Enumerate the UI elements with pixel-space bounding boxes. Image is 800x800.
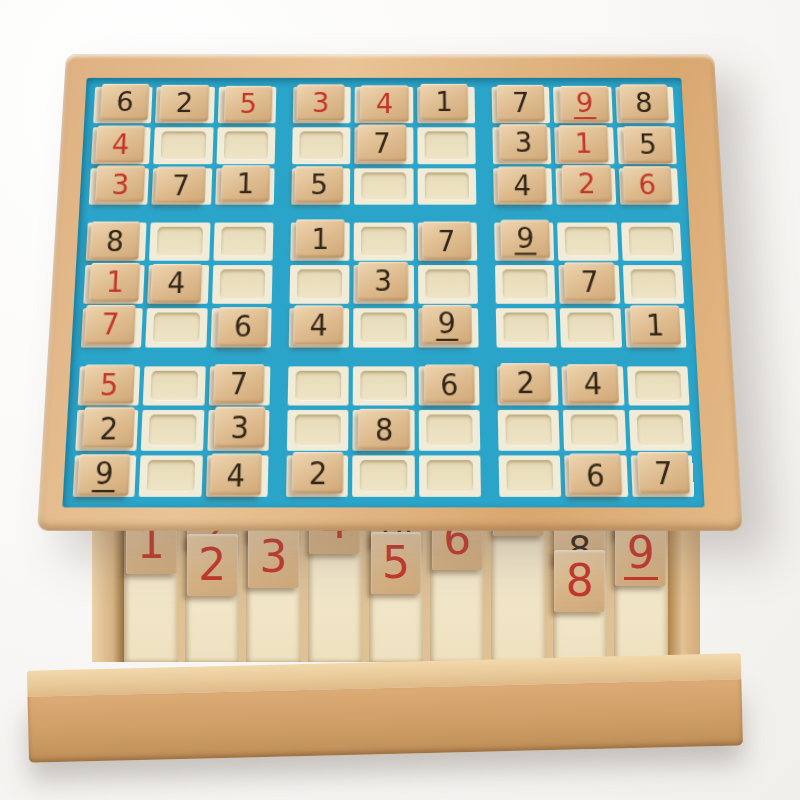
tile-3-r5c5[interactable]: 3 [358, 262, 408, 300]
tile-digit: 6 [116, 88, 135, 115]
cell-r7c4[interactable] [288, 366, 349, 406]
tile-6-r3c9[interactable]: 6 [622, 166, 672, 203]
tile-digit: 6 [234, 312, 253, 342]
tile-2-r7c7[interactable]: 2 [500, 363, 551, 403]
cell-recess [506, 460, 554, 492]
cell-r2c8[interactable]: 1 [555, 127, 615, 164]
tile-8-r4c1[interactable]: 8 [90, 222, 141, 260]
tile-digit: 2 [175, 89, 193, 116]
cell-recess [502, 269, 548, 299]
tile-digit: 2 [516, 368, 535, 398]
cell-r8c8[interactable] [563, 410, 626, 451]
tile-7-r7c3[interactable]: 7 [213, 364, 264, 404]
cell-r7c7[interactable]: 2 [497, 366, 559, 406]
drawer-handle[interactable] [27, 653, 743, 770]
cell-r9c2[interactable] [139, 456, 202, 497]
tile-6-r6c3[interactable]: 6 [218, 307, 269, 346]
tile-6-r7c6[interactable]: 6 [424, 364, 475, 404]
cell-r9c9[interactable]: 7 [630, 456, 694, 497]
tile-digit: 8 [635, 89, 654, 116]
cell-r8c9[interactable] [629, 410, 692, 451]
tile-digit: 7 [373, 129, 391, 157]
tile-4-r3c7[interactable]: 4 [498, 166, 547, 203]
tile-digit: 4 [111, 130, 130, 158]
cell-recess [361, 227, 406, 256]
drawer-tile-9[interactable]: 9 [615, 524, 666, 586]
tile-7-r1c7[interactable]: 7 [497, 85, 546, 121]
cell-recess [161, 131, 206, 159]
tile-4-r5c2[interactable]: 4 [151, 264, 202, 303]
tile-4-r7c8[interactable]: 4 [567, 364, 619, 404]
cell-recess [360, 460, 407, 492]
cell-r7c9[interactable] [627, 366, 690, 406]
cell-r2c2[interactable] [154, 127, 214, 164]
cell-recess [149, 415, 197, 447]
cell-r3c7[interactable]: 4 [493, 168, 553, 205]
tile-digit: 7 [580, 267, 599, 296]
cell-r5c8[interactable]: 7 [559, 265, 620, 304]
tile-4-r2c1[interactable]: 4 [96, 126, 146, 163]
cell-r8c1[interactable]: 2 [75, 410, 138, 451]
cell-r7c3[interactable]: 7 [208, 366, 270, 406]
tile-1-r4c4[interactable]: 1 [296, 220, 345, 258]
tile-digit: 3 [312, 89, 330, 116]
cell-recess [153, 312, 200, 342]
cell-r6c8[interactable] [560, 308, 622, 347]
tile-digit: 9 [92, 458, 117, 493]
cell-r1c8[interactable]: 9 [553, 87, 612, 123]
cell-recess [636, 415, 684, 447]
tile-1-r3c3[interactable]: 1 [221, 165, 270, 202]
tile-8-r8c5[interactable]: 8 [359, 409, 410, 450]
tile-2-r1c2[interactable]: 2 [160, 85, 209, 121]
drawer-tile-8[interactable]: 8 [554, 550, 605, 612]
tile-5-r7c1[interactable]: 5 [83, 364, 135, 404]
cell-r3c4[interactable]: 5 [291, 168, 350, 205]
cell-recess [295, 370, 341, 401]
cell-r5c1[interactable]: 1 [83, 265, 145, 304]
tile-digit: 3 [374, 267, 392, 296]
cell-r5c4[interactable] [289, 265, 349, 304]
cell-r9c7[interactable] [499, 456, 562, 497]
cell-r6c5[interactable] [353, 308, 413, 347]
tile-digit: 4 [513, 171, 531, 199]
tile-digit: 4 [376, 90, 393, 117]
tile-5-r1c3[interactable]: 5 [224, 86, 273, 122]
tile-5-r2c9[interactable]: 5 [623, 126, 673, 163]
tile-1-r6c9[interactable]: 1 [629, 305, 681, 344]
cell-r8c5[interactable]: 8 [353, 410, 415, 451]
tile-1-r1c6[interactable]: 1 [420, 84, 468, 120]
drawer-tile-5[interactable]: 5 [371, 532, 422, 594]
tile-digit: 7 [438, 226, 456, 255]
tile-4-r9c3[interactable]: 4 [210, 454, 262, 495]
cell-r7c1[interactable]: 5 [78, 366, 141, 406]
tile-2-r8c1[interactable]: 2 [83, 408, 136, 449]
cell-recess [157, 227, 203, 256]
cell-r4c6[interactable]: 7 [417, 223, 477, 261]
tile-digit: 7 [101, 310, 121, 340]
cell-r9c6[interactable] [419, 456, 481, 497]
cell-recess [426, 415, 473, 447]
cell-r4c8[interactable] [557, 223, 618, 261]
cell-r3c6[interactable] [417, 168, 476, 205]
tile-digit: 9 [573, 89, 595, 119]
tile-6-r9c8[interactable]: 6 [569, 454, 622, 495]
cell-r2c1[interactable]: 4 [91, 127, 151, 164]
cell-r3c3[interactable]: 1 [215, 168, 275, 205]
cell-recess [361, 370, 407, 401]
cell-recess [219, 269, 265, 299]
cell-r5c5[interactable]: 3 [354, 265, 414, 304]
tile-digit: 2 [309, 457, 328, 488]
cell-r6c4[interactable]: 4 [289, 308, 350, 347]
tile-digit: 7 [229, 369, 248, 399]
cell-r1c5[interactable]: 4 [355, 87, 413, 123]
tile-digit: 7 [171, 171, 190, 199]
cell-recess [505, 415, 552, 447]
tile-digit: 1 [574, 129, 592, 157]
cell-r8c4[interactable] [287, 410, 349, 451]
cell-r1c1[interactable]: 6 [93, 87, 153, 123]
tile-digit: 4 [226, 459, 245, 490]
tile-digit: 9 [436, 308, 459, 341]
cell-r3c2[interactable]: 7 [152, 168, 212, 205]
cell-r9c3[interactable]: 4 [206, 456, 269, 497]
cell-r6c2[interactable] [146, 308, 208, 347]
cell-r3c1[interactable]: 3 [89, 168, 150, 205]
tile-digit: 3 [230, 412, 249, 443]
tile-2-r9c4[interactable]: 2 [292, 452, 344, 493]
tile-digit: 1 [435, 88, 453, 115]
tile-digit: 8 [375, 414, 393, 445]
tile-digit: 6 [638, 170, 657, 198]
cell-r2c3[interactable] [216, 127, 275, 164]
cell-r8c6[interactable] [418, 410, 480, 451]
cell-r7c6[interactable]: 6 [418, 366, 479, 406]
drawer-front-digit: 2 [198, 543, 226, 587]
cell-r6c6[interactable]: 9 [418, 308, 479, 347]
tile-3-r1c4[interactable]: 3 [297, 84, 345, 120]
tile-digit: 2 [578, 169, 597, 197]
cell-r4c3[interactable] [213, 223, 273, 261]
tile-digit: 8 [106, 226, 125, 255]
cell-r4c2[interactable] [149, 223, 210, 261]
cell-recess [634, 370, 681, 401]
tile-5-r3c4[interactable]: 5 [295, 166, 344, 203]
cell-r5c7[interactable] [495, 265, 556, 304]
tile-3-r8c3[interactable]: 3 [214, 407, 266, 448]
tile-9-r4c7[interactable]: 9 [501, 220, 551, 258]
cell-r3c9[interactable]: 6 [618, 168, 679, 205]
tile-1-r5c1[interactable]: 1 [89, 263, 140, 302]
cell-r4c4[interactable]: 1 [290, 223, 350, 261]
cell-r6c1[interactable]: 7 [81, 308, 143, 347]
tile-7-r2c5[interactable]: 7 [358, 125, 406, 162]
tile-digit: 2 [99, 413, 119, 444]
tile-digit: 7 [653, 457, 673, 488]
cell-r1c4[interactable]: 3 [293, 87, 351, 123]
cell-r7c2[interactable] [143, 366, 205, 406]
cell-r3c5[interactable] [354, 168, 413, 205]
cell-r4c9[interactable] [621, 223, 682, 261]
tile-digit: 6 [440, 369, 459, 399]
tile-9-r1c8[interactable]: 9 [560, 86, 609, 122]
cell-r2c7[interactable]: 3 [492, 127, 551, 164]
cell-recess [630, 269, 677, 299]
cell-r9c1[interactable]: 9 [73, 456, 137, 497]
tile-digit: 4 [167, 269, 186, 298]
drawer-tile-2[interactable]: 2 [187, 534, 238, 596]
cell-r6c9[interactable]: 1 [624, 308, 686, 347]
cell-recess [299, 131, 343, 159]
cell-r8c3[interactable]: 3 [207, 410, 269, 451]
tile-digit: 1 [645, 310, 664, 340]
cell-recess [220, 227, 266, 256]
cell-r6c7[interactable] [496, 308, 557, 347]
sudoku-grid: 6253417984731537154268179143776491576242… [73, 87, 695, 497]
tile-9-r6c6[interactable]: 9 [422, 305, 472, 344]
cell-recess [628, 227, 674, 256]
cell-r4c7[interactable]: 9 [494, 223, 554, 261]
tile-3-r2c7[interactable]: 3 [499, 124, 548, 161]
cell-r1c3[interactable]: 5 [217, 87, 276, 123]
tile-digit: 6 [586, 459, 606, 490]
cell-recess [565, 227, 611, 256]
drawer-front-digit: 5 [382, 541, 410, 585]
cell-r2c9[interactable]: 5 [617, 127, 677, 164]
cell-recess [503, 312, 549, 342]
cell-r9c5[interactable] [352, 456, 414, 497]
tile-8-r1c9[interactable]: 8 [619, 84, 668, 120]
tile-digit: 3 [515, 128, 533, 156]
tile-digit: 5 [99, 369, 119, 399]
cell-r1c6[interactable]: 1 [417, 87, 475, 123]
cell-recess [568, 312, 615, 342]
tile-digit: 5 [239, 90, 257, 117]
cell-recess [361, 312, 407, 342]
tile-7-r9c9[interactable]: 7 [637, 452, 690, 493]
tile-digit: 1 [236, 169, 254, 197]
cell-recess [424, 172, 469, 201]
sudoku-board: 6253417984731537154268179143776491576242… [37, 54, 743, 531]
tile-7-r5c8[interactable]: 7 [564, 262, 615, 301]
scene: 12233445566778899 6253417984731537154268… [0, 0, 800, 800]
cell-r6c3[interactable]: 6 [210, 308, 271, 347]
cell-recess [571, 415, 619, 447]
cell-r9c8[interactable]: 6 [565, 456, 628, 497]
tile-digit: 5 [310, 170, 328, 198]
cell-recess [223, 131, 268, 159]
tile-digit: 1 [105, 268, 124, 297]
cell-recess [362, 172, 407, 201]
cell-recess [297, 269, 343, 299]
tile-digit: 3 [111, 170, 130, 198]
cell-r4c1[interactable]: 8 [86, 223, 147, 261]
cell-r2c6[interactable] [417, 127, 476, 164]
tile-digit: 4 [583, 369, 602, 399]
tile-1-r2c8[interactable]: 1 [559, 125, 608, 162]
tile-6-r1c1[interactable]: 6 [100, 84, 150, 120]
cell-r7c8[interactable]: 4 [562, 366, 624, 406]
cell-r1c9[interactable]: 8 [615, 87, 675, 123]
tile-digit: 4 [309, 310, 327, 340]
cell-r1c2[interactable]: 2 [155, 87, 214, 123]
cell-recess [151, 370, 198, 401]
tile-7-r3c2[interactable]: 7 [156, 166, 206, 203]
cell-r5c9[interactable] [623, 265, 685, 304]
cell-r5c2[interactable]: 4 [147, 265, 208, 304]
cell-recess [424, 131, 468, 159]
cell-r2c5[interactable]: 7 [355, 127, 414, 164]
cell-recess [147, 460, 195, 492]
cell-recess [425, 269, 471, 299]
drawer-tile-3[interactable]: 3 [248, 526, 299, 588]
cell-r8c7[interactable] [498, 410, 560, 451]
tile-7-r4c6[interactable]: 7 [422, 222, 471, 260]
drawer-front-digit: 9 [624, 531, 658, 580]
tile-4-r1c5[interactable]: 4 [361, 85, 409, 121]
cell-r8c2[interactable] [141, 410, 204, 451]
tile-3-r3c1[interactable]: 3 [95, 165, 145, 202]
cell-r5c3[interactable] [212, 265, 273, 304]
tile-9-r9c1[interactable]: 9 [78, 455, 131, 496]
cell-recess [426, 460, 473, 492]
cell-r4c5[interactable] [354, 223, 414, 261]
blue-grid-panel: 6253417984731537154268179143776491576242… [62, 78, 704, 508]
tile-2-r3c8[interactable]: 2 [562, 165, 612, 202]
cell-r9c4[interactable]: 2 [286, 456, 348, 497]
cell-r3c8[interactable]: 2 [556, 168, 616, 205]
tile-7-r6c1[interactable]: 7 [84, 305, 136, 344]
cell-r2c4[interactable] [292, 127, 351, 164]
cell-recess [294, 415, 341, 447]
cell-r1c7[interactable]: 7 [492, 87, 551, 123]
drawer-front-digit: 8 [566, 559, 594, 603]
cell-r5c6[interactable] [418, 265, 478, 304]
tile-digit: 5 [638, 130, 657, 158]
tile-4-r6c4[interactable]: 4 [293, 305, 343, 344]
tile-digit: 1 [311, 224, 329, 253]
tile-digit: 9 [514, 223, 537, 255]
drawer-front-digit: 3 [260, 535, 288, 579]
cell-r7c5[interactable] [353, 366, 414, 406]
tile-digit: 7 [512, 89, 530, 116]
